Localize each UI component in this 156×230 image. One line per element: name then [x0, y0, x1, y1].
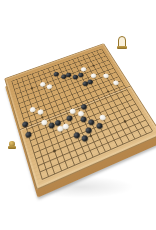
clasp-plate	[8, 146, 16, 149]
black-stone	[65, 72, 72, 78]
hinge-base	[117, 46, 127, 49]
white-stone	[37, 109, 44, 116]
board-surface-wrapper	[4, 43, 156, 190]
go-board	[4, 43, 156, 190]
product-photo	[0, 0, 156, 230]
brass-clasp	[8, 141, 17, 150]
white-stone	[40, 119, 47, 126]
white-stone	[39, 81, 46, 87]
brass-hinge	[117, 36, 127, 50]
